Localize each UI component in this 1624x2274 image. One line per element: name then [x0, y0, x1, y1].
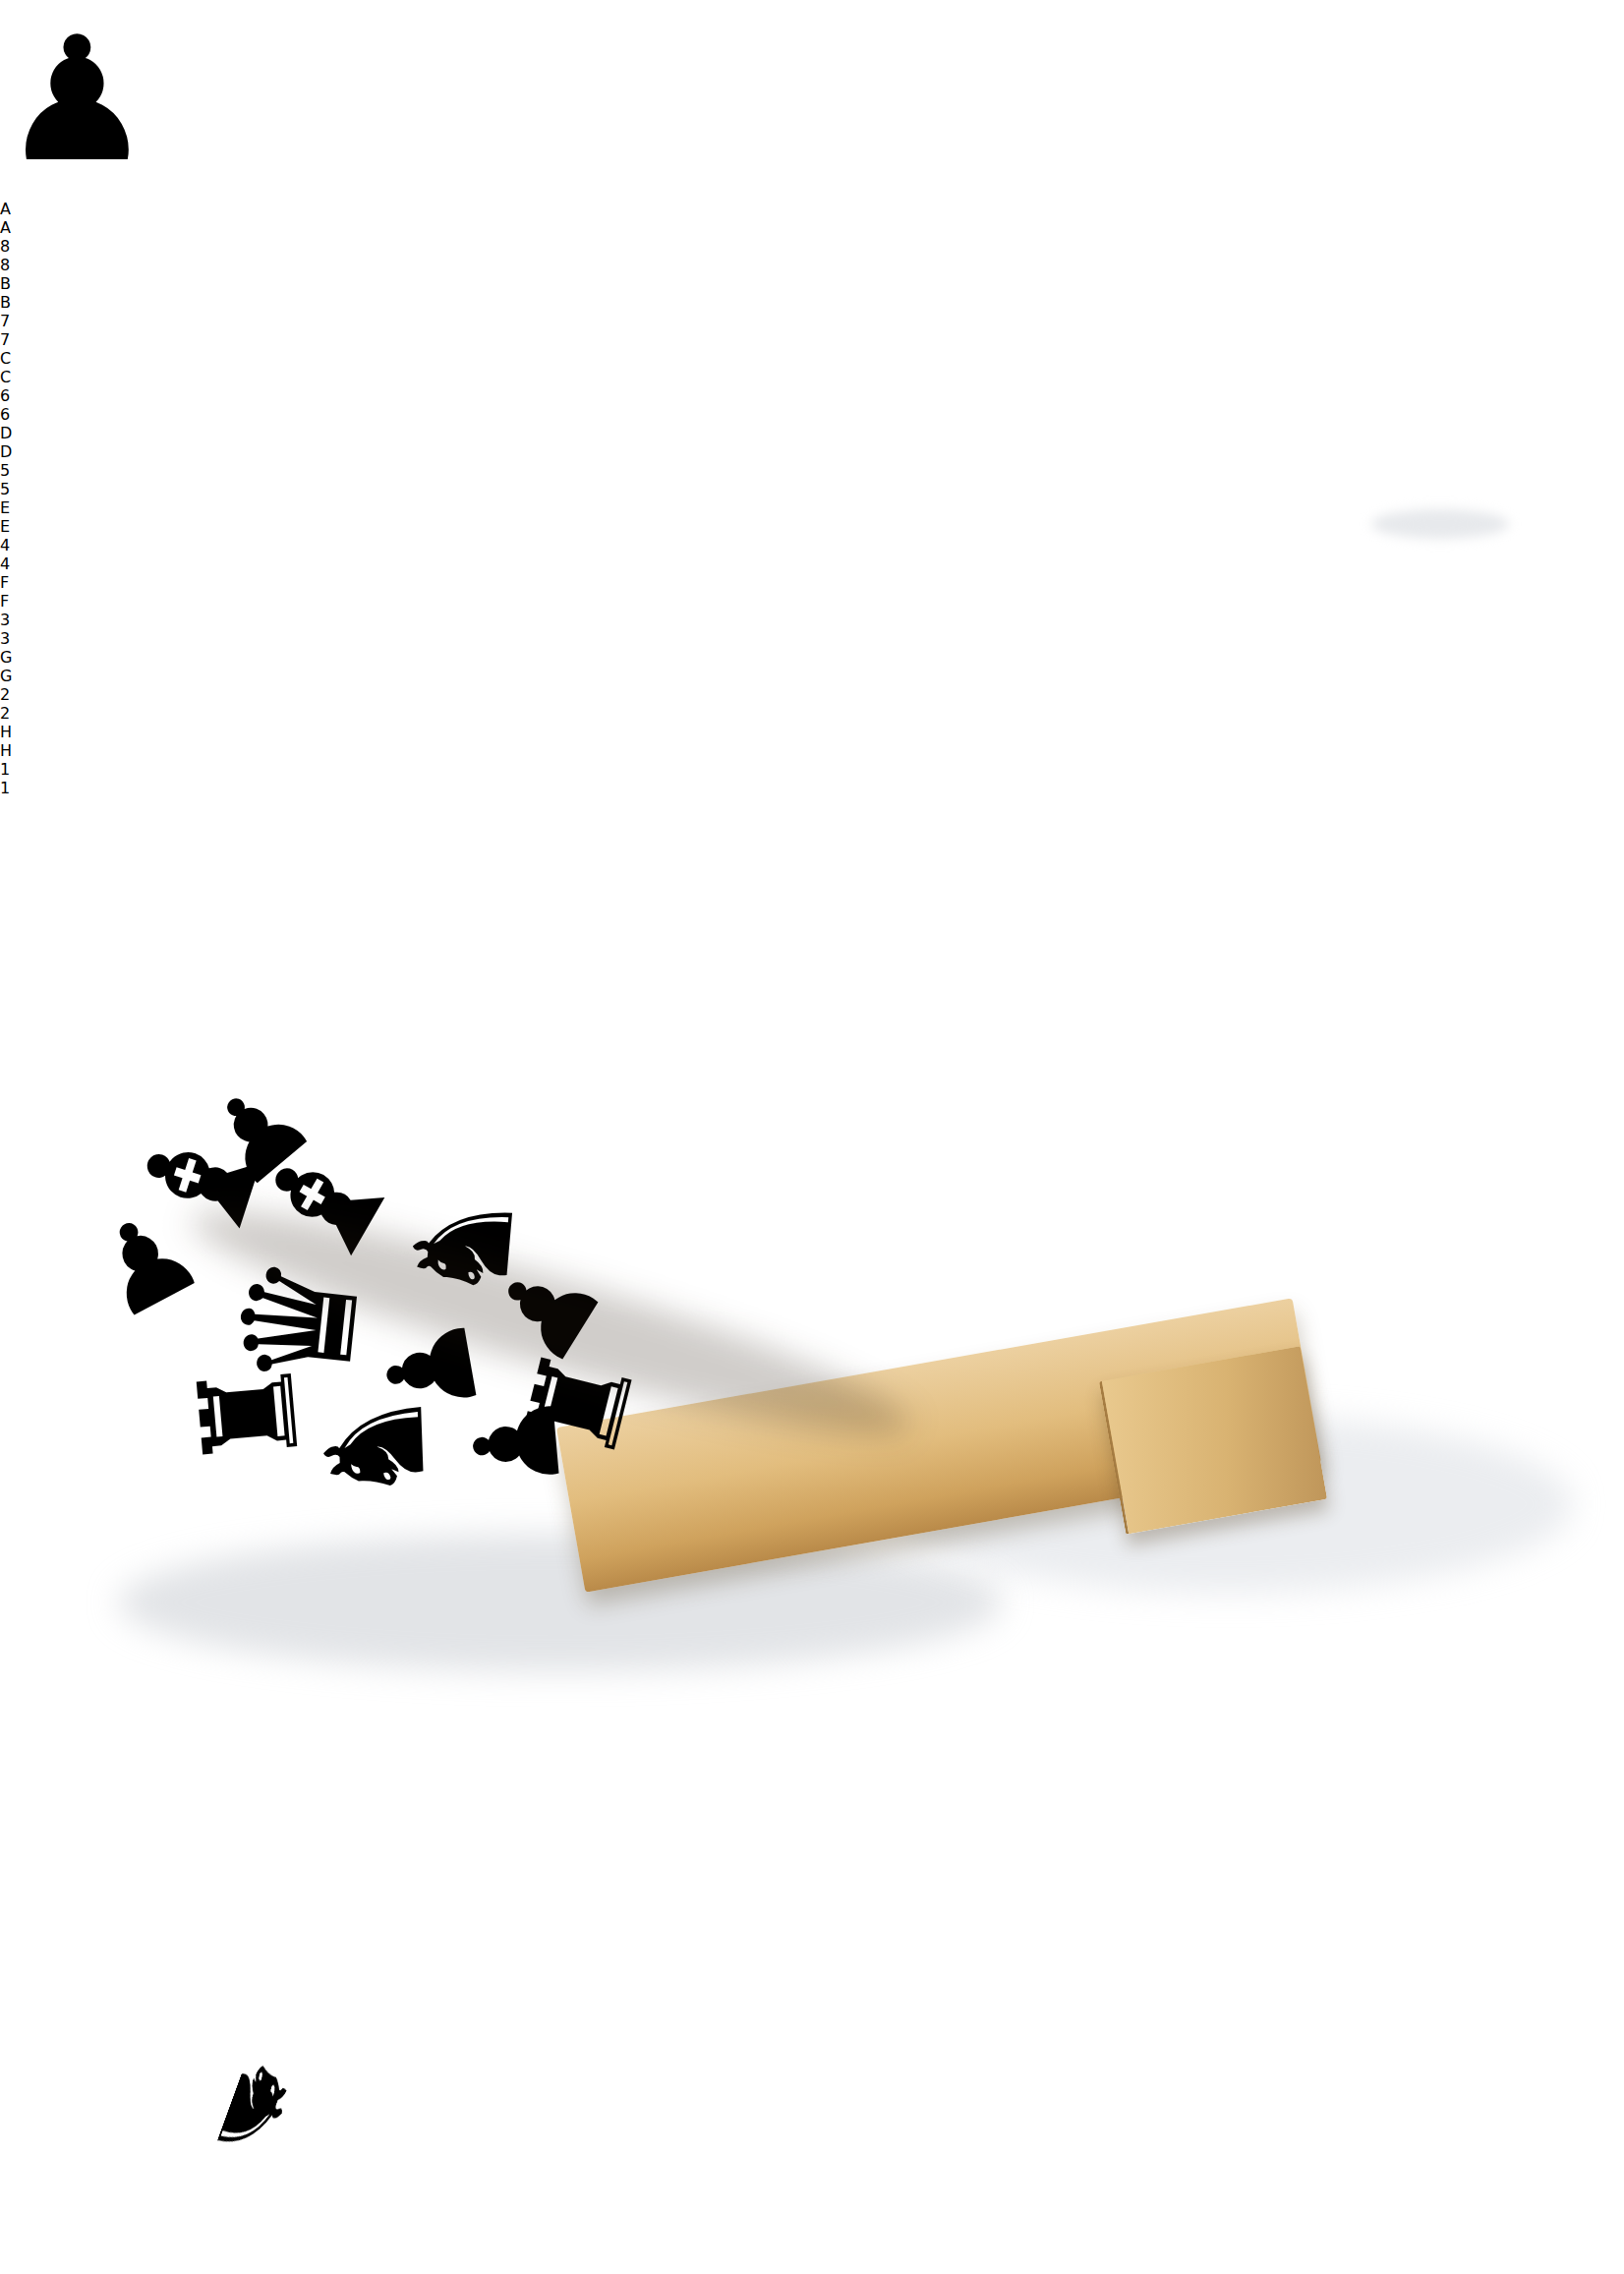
rank-label-right-4: 4	[0, 554, 1624, 573]
rank-label-left-3: 3	[0, 611, 1624, 629]
file-label-far-b: B	[0, 274, 1624, 293]
rank-label-right-3: 3	[0, 629, 1624, 648]
rank-label-left-6: 6	[0, 386, 1624, 405]
off-board-dark-pawn[interactable]: ♟	[0, 0, 1624, 200]
file-label-far-c: C	[0, 349, 1624, 368]
rank-label-right-1: 1	[0, 779, 1624, 797]
rank-label-right-7: 7	[0, 330, 1624, 349]
file-label-far-a: A	[0, 200, 1624, 218]
piece-dark-king-g7[interactable]: ♚	[0, 797, 1624, 1031]
rank-label-left-5: 5	[0, 461, 1624, 480]
board-plane: AA88BB77CC66DD55EE44FF33GG22HH11♚♛♝♟♟♟♟♜…	[0, 200, 1624, 2274]
rank-label-left-2: 2	[0, 685, 1624, 704]
rank-label-left-1: 1	[0, 760, 1624, 779]
file-label-far-e: E	[0, 498, 1624, 517]
rank-label-left-8: 8	[0, 237, 1624, 256]
rank-label-right-6: 6	[0, 405, 1624, 424]
rank-label-right-5: 5	[0, 480, 1624, 498]
file-label-near-c: C	[0, 368, 1624, 386]
file-label-near-g: G	[0, 667, 1624, 685]
file-label-near-b: B	[0, 293, 1624, 312]
background-smudge	[1371, 509, 1509, 539]
chess-board: AA88BB77CC66DD55EE44FF33GG22HH11♚♛♝♟♟♟♟♜…	[0, 200, 1624, 2274]
scene: ♝♟♛♜♞♟♝♞♜♟♟♟ ♟ AA88BB77CC66DD55EE44FF33G…	[0, 0, 1624, 2274]
file-label-far-f: F	[0, 573, 1624, 592]
rank-label-right-8: 8	[0, 256, 1624, 274]
file-label-near-h: H	[0, 741, 1624, 760]
rank-label-left-4: 4	[0, 536, 1624, 554]
file-label-far-g: G	[0, 648, 1624, 667]
rank-label-right-2: 2	[0, 704, 1624, 723]
file-label-near-d: D	[0, 442, 1624, 461]
file-label-near-f: F	[0, 592, 1624, 611]
file-label-far-h: H	[0, 723, 1624, 741]
file-label-far-d: D	[0, 424, 1624, 442]
rank-label-left-7: 7	[0, 312, 1624, 330]
file-label-near-a: A	[0, 218, 1624, 237]
